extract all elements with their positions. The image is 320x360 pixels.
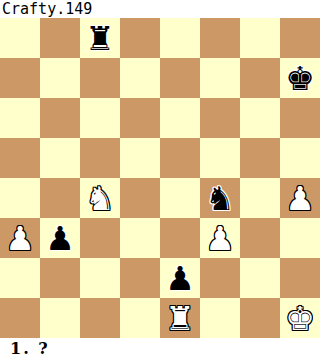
square-c1[interactable] (80, 298, 120, 338)
square-f1[interactable] (200, 298, 240, 338)
square-a7[interactable] (0, 58, 40, 98)
piece-black-rook[interactable]: ♜ (85, 22, 115, 55)
square-h5[interactable] (280, 138, 320, 178)
square-d1[interactable] (120, 298, 160, 338)
square-a6[interactable] (0, 98, 40, 138)
square-f3[interactable]: ♟ (200, 218, 240, 258)
square-d4[interactable] (120, 178, 160, 218)
move-prompt: 1. ? (0, 338, 320, 360)
square-h2[interactable] (280, 258, 320, 298)
square-b2[interactable] (40, 258, 80, 298)
square-b4[interactable] (40, 178, 80, 218)
square-h7[interactable]: ♚ (280, 58, 320, 98)
square-e8[interactable] (160, 18, 200, 58)
square-c6[interactable] (80, 98, 120, 138)
square-f8[interactable] (200, 18, 240, 58)
square-g1[interactable] (240, 298, 280, 338)
square-e4[interactable] (160, 178, 200, 218)
square-f4[interactable]: ♞ (200, 178, 240, 218)
piece-black-pawn[interactable]: ♟ (165, 262, 195, 295)
square-b6[interactable] (40, 98, 80, 138)
square-h3[interactable] (280, 218, 320, 258)
square-e7[interactable] (160, 58, 200, 98)
square-e2[interactable]: ♟ (160, 258, 200, 298)
piece-black-pawn[interactable]: ♟ (45, 222, 75, 255)
piece-black-knight[interactable]: ♞ (205, 182, 235, 215)
square-c5[interactable] (80, 138, 120, 178)
piece-black-king[interactable]: ♚ (285, 62, 315, 95)
square-d8[interactable] (120, 18, 160, 58)
square-b5[interactable] (40, 138, 80, 178)
square-f5[interactable] (200, 138, 240, 178)
window-title: Crafty.149 (0, 0, 320, 18)
piece-white-rook[interactable]: ♜ (165, 302, 195, 335)
square-b8[interactable] (40, 18, 80, 58)
square-e6[interactable] (160, 98, 200, 138)
piece-white-knight[interactable]: ♞ (85, 182, 115, 215)
square-f7[interactable] (200, 58, 240, 98)
square-d3[interactable] (120, 218, 160, 258)
square-c2[interactable] (80, 258, 120, 298)
square-g8[interactable] (240, 18, 280, 58)
square-g5[interactable] (240, 138, 280, 178)
square-h4[interactable]: ♟ (280, 178, 320, 218)
square-b1[interactable] (40, 298, 80, 338)
piece-white-pawn[interactable]: ♟ (285, 182, 315, 215)
square-f6[interactable] (200, 98, 240, 138)
square-a8[interactable] (0, 18, 40, 58)
piece-white-pawn[interactable]: ♟ (5, 222, 35, 255)
square-g4[interactable] (240, 178, 280, 218)
square-g7[interactable] (240, 58, 280, 98)
square-c4[interactable]: ♞ (80, 178, 120, 218)
square-h6[interactable] (280, 98, 320, 138)
square-c8[interactable]: ♜ (80, 18, 120, 58)
square-a4[interactable] (0, 178, 40, 218)
square-a5[interactable] (0, 138, 40, 178)
square-e5[interactable] (160, 138, 200, 178)
square-g3[interactable] (240, 218, 280, 258)
square-a3[interactable]: ♟ (0, 218, 40, 258)
square-a1[interactable] (0, 298, 40, 338)
square-g6[interactable] (240, 98, 280, 138)
square-c3[interactable] (80, 218, 120, 258)
square-g2[interactable] (240, 258, 280, 298)
square-f2[interactable] (200, 258, 240, 298)
square-d6[interactable] (120, 98, 160, 138)
square-b7[interactable] (40, 58, 80, 98)
crafty-window: Crafty.149 ♜♚♞♞♟♟♟♟♟♜♚ 1. ? (0, 0, 320, 360)
square-e3[interactable] (160, 218, 200, 258)
chess-board: ♜♚♞♞♟♟♟♟♟♜♚ (0, 18, 320, 338)
square-c7[interactable] (80, 58, 120, 98)
square-a2[interactable] (0, 258, 40, 298)
square-d5[interactable] (120, 138, 160, 178)
square-d7[interactable] (120, 58, 160, 98)
square-b3[interactable]: ♟ (40, 218, 80, 258)
square-h1[interactable]: ♚ (280, 298, 320, 338)
piece-white-pawn[interactable]: ♟ (205, 222, 235, 255)
square-h8[interactable] (280, 18, 320, 58)
piece-white-king[interactable]: ♚ (285, 302, 315, 335)
square-e1[interactable]: ♜ (160, 298, 200, 338)
square-d2[interactable] (120, 258, 160, 298)
